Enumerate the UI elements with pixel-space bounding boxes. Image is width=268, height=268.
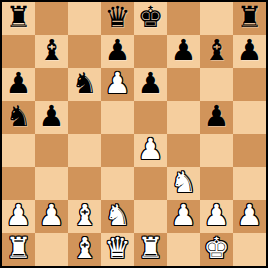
square-e6[interactable]: ♟	[134, 68, 167, 101]
square-b5[interactable]: ♟	[35, 101, 68, 134]
square-e1[interactable]: ♜	[134, 233, 167, 266]
square-f8[interactable]	[167, 2, 200, 35]
piece-white-rook[interactable]: ♜	[6, 234, 32, 263]
piece-black-king[interactable]: ♚	[138, 3, 164, 32]
square-a8[interactable]: ♜	[2, 2, 35, 35]
square-a2[interactable]: ♟	[2, 200, 35, 233]
square-h2[interactable]: ♟	[233, 200, 266, 233]
square-g2[interactable]: ♟	[200, 200, 233, 233]
piece-black-pawn[interactable]: ♟	[105, 36, 131, 65]
square-a7[interactable]	[2, 35, 35, 68]
square-c2[interactable]: ♝	[68, 200, 101, 233]
piece-black-queen[interactable]: ♛	[105, 3, 131, 32]
chess-board: ♜♛♚♜♝♟♟♝♟♟♞♟♟♞♟♟♟♞♟♟♝♞♟♟♟♜♝♛♜♚	[0, 0, 268, 268]
square-f6[interactable]	[167, 68, 200, 101]
piece-white-pawn[interactable]: ♟	[6, 201, 32, 230]
square-a1[interactable]: ♜	[2, 233, 35, 266]
piece-white-pawn[interactable]: ♟	[171, 201, 197, 230]
square-a4[interactable]	[2, 134, 35, 167]
piece-black-bishop[interactable]: ♝	[39, 36, 65, 65]
square-e3[interactable]	[134, 167, 167, 200]
piece-black-rook[interactable]: ♜	[237, 3, 263, 32]
piece-white-queen[interactable]: ♛	[105, 234, 131, 263]
square-c6[interactable]: ♞	[68, 68, 101, 101]
square-h8[interactable]: ♜	[233, 2, 266, 35]
square-g6[interactable]	[200, 68, 233, 101]
square-f5[interactable]	[167, 101, 200, 134]
square-e4[interactable]: ♟	[134, 134, 167, 167]
piece-black-knight[interactable]: ♞	[72, 69, 98, 98]
square-d1[interactable]: ♛	[101, 233, 134, 266]
square-f4[interactable]	[167, 134, 200, 167]
square-f7[interactable]: ♟	[167, 35, 200, 68]
square-g3[interactable]	[200, 167, 233, 200]
square-h4[interactable]	[233, 134, 266, 167]
square-h3[interactable]	[233, 167, 266, 200]
piece-black-pawn[interactable]: ♟	[171, 36, 197, 65]
piece-white-bishop[interactable]: ♝	[72, 201, 98, 230]
square-e8[interactable]: ♚	[134, 2, 167, 35]
square-h7[interactable]: ♟	[233, 35, 266, 68]
square-a3[interactable]	[2, 167, 35, 200]
square-c4[interactable]	[68, 134, 101, 167]
piece-white-pawn[interactable]: ♟	[138, 135, 164, 164]
square-e2[interactable]	[134, 200, 167, 233]
square-d7[interactable]: ♟	[101, 35, 134, 68]
square-c8[interactable]	[68, 2, 101, 35]
square-g8[interactable]	[200, 2, 233, 35]
piece-black-pawn[interactable]: ♟	[138, 69, 164, 98]
piece-black-pawn[interactable]: ♟	[39, 102, 65, 131]
square-b4[interactable]	[35, 134, 68, 167]
piece-black-pawn[interactable]: ♟	[204, 102, 230, 131]
square-g7[interactable]: ♝	[200, 35, 233, 68]
square-c7[interactable]	[68, 35, 101, 68]
square-d4[interactable]	[101, 134, 134, 167]
piece-white-bishop[interactable]: ♝	[72, 234, 98, 263]
square-h6[interactable]	[233, 68, 266, 101]
square-b2[interactable]: ♟	[35, 200, 68, 233]
square-c5[interactable]	[68, 101, 101, 134]
square-h1[interactable]	[233, 233, 266, 266]
piece-black-pawn[interactable]: ♟	[237, 36, 263, 65]
square-e7[interactable]	[134, 35, 167, 68]
square-h5[interactable]	[233, 101, 266, 134]
piece-white-king[interactable]: ♚	[204, 234, 230, 263]
square-c1[interactable]: ♝	[68, 233, 101, 266]
square-f1[interactable]	[167, 233, 200, 266]
piece-black-bishop[interactable]: ♝	[204, 36, 230, 65]
square-d5[interactable]	[101, 101, 134, 134]
piece-black-rook[interactable]: ♜	[6, 3, 32, 32]
square-d8[interactable]: ♛	[101, 2, 134, 35]
square-d6[interactable]: ♟	[101, 68, 134, 101]
square-f2[interactable]: ♟	[167, 200, 200, 233]
piece-white-knight[interactable]: ♞	[171, 168, 197, 197]
piece-white-rook[interactable]: ♜	[138, 234, 164, 263]
square-b1[interactable]	[35, 233, 68, 266]
piece-black-knight[interactable]: ♞	[6, 102, 32, 131]
square-f3[interactable]: ♞	[167, 167, 200, 200]
piece-white-pawn[interactable]: ♟	[237, 201, 263, 230]
square-d3[interactable]	[101, 167, 134, 200]
piece-white-pawn[interactable]: ♟	[39, 201, 65, 230]
piece-white-knight[interactable]: ♞	[105, 201, 131, 230]
square-e5[interactable]	[134, 101, 167, 134]
square-d2[interactable]: ♞	[101, 200, 134, 233]
square-g4[interactable]	[200, 134, 233, 167]
square-b3[interactable]	[35, 167, 68, 200]
square-g5[interactable]: ♟	[200, 101, 233, 134]
piece-white-pawn[interactable]: ♟	[204, 201, 230, 230]
piece-white-pawn[interactable]: ♟	[105, 69, 131, 98]
piece-black-pawn[interactable]: ♟	[6, 69, 32, 98]
square-b7[interactable]: ♝	[35, 35, 68, 68]
square-b6[interactable]	[35, 68, 68, 101]
square-b8[interactable]	[35, 2, 68, 35]
square-a6[interactable]: ♟	[2, 68, 35, 101]
square-c3[interactable]	[68, 167, 101, 200]
square-a5[interactable]: ♞	[2, 101, 35, 134]
square-g1[interactable]: ♚	[200, 233, 233, 266]
